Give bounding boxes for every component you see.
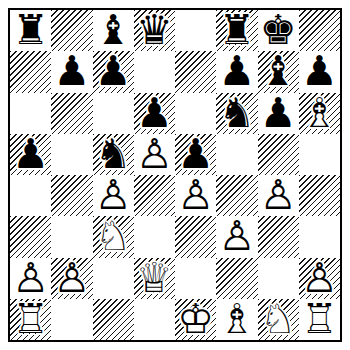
white-knight-fill: ♞: [93, 216, 134, 257]
black-pawn-icon: ♟: [93, 51, 134, 92]
black-bishop-fill: ♝: [93, 10, 134, 51]
square-g2[interactable]: [258, 258, 299, 299]
square-c3[interactable]: ♞♘: [93, 216, 134, 257]
square-c4[interactable]: ♟♙: [93, 175, 134, 216]
square-d5[interactable]: ♟♙: [134, 134, 175, 175]
square-d4[interactable]: [134, 175, 175, 216]
white-knight-fill: ♞: [258, 299, 299, 340]
black-knight-icon: ♞: [93, 134, 134, 175]
square-h1[interactable]: ♜♖: [299, 299, 340, 340]
square-h2[interactable]: ♟♙: [299, 258, 340, 299]
square-f6[interactable]: ♞♞: [216, 93, 257, 134]
chess-board: ♜♜♝♝♛♛♜♜♚♚♟♟♟♟♟♟♝♝♟♟♟♟♞♞♟♟♝♗♟♟♞♞♟♙♟♟♟♙♟♙…: [10, 10, 340, 340]
black-king-icon: ♚: [258, 10, 299, 51]
black-rook-icon: ♜: [216, 10, 257, 51]
square-e2[interactable]: [175, 258, 216, 299]
black-pawn-icon: ♟: [258, 93, 299, 134]
white-king-fill: ♚: [175, 299, 216, 340]
square-b5[interactable]: [51, 134, 92, 175]
square-b2[interactable]: ♟♙: [51, 258, 92, 299]
square-c1[interactable]: [93, 299, 134, 340]
white-pawn-icon: ♙: [299, 258, 340, 299]
square-f4[interactable]: [216, 175, 257, 216]
square-d8[interactable]: ♛♛: [134, 10, 175, 51]
square-b1[interactable]: [51, 299, 92, 340]
square-a6[interactable]: [10, 93, 51, 134]
square-f1[interactable]: ♝♗: [216, 299, 257, 340]
white-knight-icon: ♘: [258, 299, 299, 340]
square-e4[interactable]: ♟♙: [175, 175, 216, 216]
square-e7[interactable]: [175, 51, 216, 92]
square-a3[interactable]: [10, 216, 51, 257]
square-c8[interactable]: ♝♝: [93, 10, 134, 51]
square-a2[interactable]: ♟♙: [10, 258, 51, 299]
square-g6[interactable]: ♟♟: [258, 93, 299, 134]
square-a4[interactable]: [10, 175, 51, 216]
square-c7[interactable]: ♟♟: [93, 51, 134, 92]
black-pawn-fill: ♟: [134, 93, 175, 134]
square-a5[interactable]: ♟♟: [10, 134, 51, 175]
black-pawn-icon: ♟: [51, 51, 92, 92]
square-g4[interactable]: ♟♙: [258, 175, 299, 216]
white-pawn-icon: ♙: [216, 216, 257, 257]
square-a8[interactable]: ♜♜: [10, 10, 51, 51]
white-pawn-fill: ♟: [93, 175, 134, 216]
square-c2[interactable]: [93, 258, 134, 299]
square-d6[interactable]: ♟♟: [134, 93, 175, 134]
square-d1[interactable]: [134, 299, 175, 340]
chess-diagram: ♜♜♝♝♛♛♜♜♚♚♟♟♟♟♟♟♝♝♟♟♟♟♞♞♟♟♝♗♟♟♞♞♟♙♟♟♟♙♟♙…: [0, 0, 350, 350]
white-pawn-icon: ♙: [51, 258, 92, 299]
white-rook-fill: ♜: [299, 299, 340, 340]
square-g5[interactable]: [258, 134, 299, 175]
square-d7[interactable]: [134, 51, 175, 92]
square-g7[interactable]: ♝♝: [258, 51, 299, 92]
square-c6[interactable]: [93, 93, 134, 134]
white-rook-icon: ♖: [299, 299, 340, 340]
white-bishop-fill: ♝: [299, 93, 340, 134]
square-f5[interactable]: [216, 134, 257, 175]
white-bishop-icon: ♗: [299, 93, 340, 134]
black-pawn-icon: ♟: [216, 51, 257, 92]
white-bishop-fill: ♝: [216, 299, 257, 340]
white-knight-icon: ♘: [93, 216, 134, 257]
square-h4[interactable]: [299, 175, 340, 216]
square-e5[interactable]: ♟♟: [175, 134, 216, 175]
black-rook-icon: ♜: [10, 10, 51, 51]
square-h6[interactable]: ♝♗: [299, 93, 340, 134]
white-rook-icon: ♖: [10, 299, 51, 340]
black-queen-icon: ♛: [134, 10, 175, 51]
white-pawn-fill: ♟: [258, 175, 299, 216]
square-g3[interactable]: [258, 216, 299, 257]
square-f3[interactable]: ♟♙: [216, 216, 257, 257]
black-rook-fill: ♜: [10, 10, 51, 51]
square-b7[interactable]: ♟♟: [51, 51, 92, 92]
white-pawn-icon: ♙: [10, 258, 51, 299]
black-pawn-fill: ♟: [93, 51, 134, 92]
black-knight-fill: ♞: [93, 134, 134, 175]
square-d3[interactable]: [134, 216, 175, 257]
white-pawn-fill: ♟: [10, 258, 51, 299]
white-pawn-icon: ♙: [258, 175, 299, 216]
square-a1[interactable]: ♜♖: [10, 299, 51, 340]
black-knight-fill: ♞: [216, 93, 257, 134]
square-e3[interactable]: [175, 216, 216, 257]
white-pawn-fill: ♟: [51, 258, 92, 299]
black-pawn-icon: ♟: [134, 93, 175, 134]
white-queen-icon: ♕: [134, 258, 175, 299]
white-pawn-icon: ♙: [93, 175, 134, 216]
black-knight-icon: ♞: [216, 93, 257, 134]
black-pawn-fill: ♟: [175, 134, 216, 175]
white-pawn-fill: ♟: [299, 258, 340, 299]
black-pawn-icon: ♟: [10, 134, 51, 175]
square-h8[interactable]: [299, 10, 340, 51]
square-h3[interactable]: [299, 216, 340, 257]
square-h7[interactable]: ♟♟: [299, 51, 340, 92]
white-rook-fill: ♜: [10, 299, 51, 340]
black-pawn-icon: ♟: [175, 134, 216, 175]
square-a7[interactable]: [10, 51, 51, 92]
black-pawn-fill: ♟: [10, 134, 51, 175]
black-rook-fill: ♜: [216, 10, 257, 51]
black-pawn-fill: ♟: [258, 93, 299, 134]
black-bishop-icon: ♝: [258, 51, 299, 92]
square-e6[interactable]: [175, 93, 216, 134]
square-c5[interactable]: ♞♞: [93, 134, 134, 175]
white-pawn-icon: ♙: [175, 175, 216, 216]
white-queen-fill: ♛: [134, 258, 175, 299]
black-bishop-icon: ♝: [93, 10, 134, 51]
square-d2[interactable]: ♛♕: [134, 258, 175, 299]
square-b8[interactable]: [51, 10, 92, 51]
board-frame: ♜♜♝♝♛♛♜♜♚♚♟♟♟♟♟♟♝♝♟♟♟♟♞♞♟♟♝♗♟♟♞♞♟♙♟♟♟♙♟♙…: [8, 8, 342, 342]
square-h5[interactable]: [299, 134, 340, 175]
black-pawn-icon: ♟: [299, 51, 340, 92]
white-pawn-fill: ♟: [216, 216, 257, 257]
square-f2[interactable]: [216, 258, 257, 299]
square-b3[interactable]: [51, 216, 92, 257]
square-g1[interactable]: ♞♘: [258, 299, 299, 340]
white-king-icon: ♔: [175, 299, 216, 340]
black-queen-fill: ♛: [134, 10, 175, 51]
square-e1[interactable]: ♚♔: [175, 299, 216, 340]
white-pawn-fill: ♟: [134, 134, 175, 175]
black-pawn-fill: ♟: [299, 51, 340, 92]
black-bishop-fill: ♝: [258, 51, 299, 92]
square-b4[interactable]: [51, 175, 92, 216]
square-f7[interactable]: ♟♟: [216, 51, 257, 92]
black-pawn-fill: ♟: [216, 51, 257, 92]
white-pawn-fill: ♟: [175, 175, 216, 216]
white-pawn-icon: ♙: [134, 134, 175, 175]
square-b6[interactable]: [51, 93, 92, 134]
black-king-fill: ♚: [258, 10, 299, 51]
black-pawn-fill: ♟: [51, 51, 92, 92]
square-f8[interactable]: ♜♜: [216, 10, 257, 51]
square-e8[interactable]: [175, 10, 216, 51]
square-g8[interactable]: ♚♚: [258, 10, 299, 51]
white-bishop-icon: ♗: [216, 299, 257, 340]
